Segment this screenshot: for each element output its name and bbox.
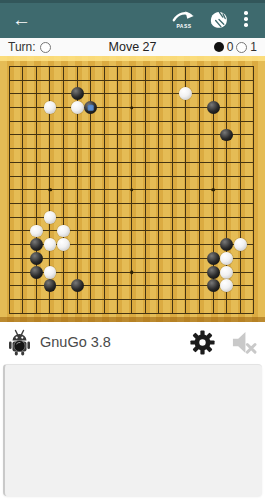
board-cell[interactable]: [84, 101, 98, 115]
board-cell[interactable]: [247, 128, 261, 142]
board-cell[interactable]: [2, 210, 16, 224]
board-cell[interactable]: [111, 142, 125, 156]
board-cell[interactable]: [206, 128, 220, 142]
board-cell[interactable]: [43, 265, 57, 279]
board-cell[interactable]: [138, 101, 152, 115]
board-cell[interactable]: [30, 224, 44, 238]
board-cell[interactable]: [111, 306, 125, 320]
board-cell[interactable]: [70, 128, 84, 142]
board-cell[interactable]: [166, 101, 180, 115]
board-cell[interactable]: [57, 128, 71, 142]
board-cell[interactable]: [220, 224, 234, 238]
board-cell[interactable]: [138, 279, 152, 293]
board-cell[interactable]: [166, 156, 180, 170]
board-cell[interactable]: [70, 197, 84, 211]
back-icon[interactable]: ←: [8, 8, 35, 31]
board-cell[interactable]: [43, 60, 57, 74]
board-cell[interactable]: [84, 293, 98, 307]
board-cell[interactable]: [247, 101, 261, 115]
board-cell[interactable]: [138, 197, 152, 211]
board-cell[interactable]: [220, 73, 234, 87]
board-cell[interactable]: [179, 224, 193, 238]
board-cell[interactable]: [233, 169, 247, 183]
board-cell[interactable]: [16, 60, 30, 74]
board-cell[interactable]: [152, 265, 166, 279]
board-cell[interactable]: [193, 114, 207, 128]
board-cell[interactable]: [84, 252, 98, 266]
board-cell[interactable]: [179, 183, 193, 197]
board-cell[interactable]: [125, 60, 139, 74]
board-cell[interactable]: [138, 142, 152, 156]
board-cell[interactable]: [166, 183, 180, 197]
board-cell[interactable]: [111, 293, 125, 307]
board-cell[interactable]: [2, 279, 16, 293]
board-cell[interactable]: [247, 210, 261, 224]
board-cell[interactable]: [166, 60, 180, 74]
board-cell[interactable]: [125, 114, 139, 128]
board-cell[interactable]: [138, 73, 152, 87]
board-cell[interactable]: [220, 293, 234, 307]
board-cell[interactable]: [30, 252, 44, 266]
board-cell[interactable]: [206, 169, 220, 183]
board-cell[interactable]: [193, 142, 207, 156]
board-cell[interactable]: [166, 114, 180, 128]
board-cell[interactable]: [57, 169, 71, 183]
board-cell[interactable]: [30, 183, 44, 197]
board-cell[interactable]: [98, 114, 112, 128]
board-cell[interactable]: [206, 87, 220, 101]
board-cell[interactable]: [138, 252, 152, 266]
board-cell[interactable]: [98, 87, 112, 101]
board-cell[interactable]: [57, 293, 71, 307]
board-cell[interactable]: [193, 224, 207, 238]
board-cell[interactable]: [233, 114, 247, 128]
board-cell[interactable]: [30, 169, 44, 183]
board-cell[interactable]: [16, 169, 30, 183]
board-cell[interactable]: [16, 128, 30, 142]
board-cell[interactable]: [247, 238, 261, 252]
board-cell[interactable]: [193, 128, 207, 142]
board-cell[interactable]: [247, 279, 261, 293]
board-cell[interactable]: [179, 279, 193, 293]
board-cell[interactable]: [57, 156, 71, 170]
board-cell[interactable]: [16, 87, 30, 101]
board-cell[interactable]: [233, 252, 247, 266]
board-cell[interactable]: [179, 169, 193, 183]
board-cell[interactable]: [43, 197, 57, 211]
board-cell[interactable]: [2, 293, 16, 307]
board-cell[interactable]: [206, 279, 220, 293]
board-cell[interactable]: [152, 293, 166, 307]
board-cell[interactable]: [30, 279, 44, 293]
board-cell[interactable]: [98, 224, 112, 238]
sound-muted-button[interactable]: [230, 330, 257, 355]
board-cell[interactable]: [193, 265, 207, 279]
board-cell[interactable]: [233, 279, 247, 293]
board-cell[interactable]: [2, 169, 16, 183]
board-cell[interactable]: [247, 224, 261, 238]
board-cell[interactable]: [70, 238, 84, 252]
board-cell[interactable]: [138, 265, 152, 279]
board-cell[interactable]: [111, 238, 125, 252]
board-cell[interactable]: [206, 183, 220, 197]
board-cell[interactable]: [166, 252, 180, 266]
board-cell[interactable]: [125, 210, 139, 224]
board-cell[interactable]: [220, 265, 234, 279]
board-cell[interactable]: [193, 156, 207, 170]
board-cell[interactable]: [206, 224, 220, 238]
board-cell[interactable]: [247, 114, 261, 128]
board-cell[interactable]: [138, 238, 152, 252]
board-cell[interactable]: [193, 183, 207, 197]
board-cell[interactable]: [179, 252, 193, 266]
board-cell[interactable]: [57, 101, 71, 115]
board-cell[interactable]: [152, 73, 166, 87]
board-cell[interactable]: [138, 224, 152, 238]
board-cell[interactable]: [179, 210, 193, 224]
board-cell[interactable]: [166, 73, 180, 87]
board-cell[interactable]: [152, 252, 166, 266]
board-cell[interactable]: [220, 238, 234, 252]
board-cell[interactable]: [138, 114, 152, 128]
board-cell[interactable]: [152, 128, 166, 142]
board-cell[interactable]: [84, 238, 98, 252]
board-cell[interactable]: [138, 306, 152, 320]
board-cell[interactable]: [70, 156, 84, 170]
board-cell[interactable]: [2, 306, 16, 320]
board-cell[interactable]: [125, 252, 139, 266]
board-cell[interactable]: [152, 279, 166, 293]
board-cell[interactable]: [152, 183, 166, 197]
board-cell[interactable]: [30, 87, 44, 101]
board-cell[interactable]: [247, 142, 261, 156]
board-cell[interactable]: [166, 210, 180, 224]
board-cell[interactable]: [138, 128, 152, 142]
board-cell[interactable]: [57, 306, 71, 320]
board-cell[interactable]: [30, 238, 44, 252]
board-cell[interactable]: [138, 60, 152, 74]
board-cell[interactable]: [98, 128, 112, 142]
board-cell[interactable]: [43, 306, 57, 320]
board-cell[interactable]: [247, 265, 261, 279]
board-cell[interactable]: [2, 183, 16, 197]
board-cell[interactable]: [206, 265, 220, 279]
board-cell[interactable]: [30, 101, 44, 115]
board-cell[interactable]: [220, 128, 234, 142]
board-cell[interactable]: [193, 238, 207, 252]
board-cell[interactable]: [111, 87, 125, 101]
board-cell[interactable]: [193, 252, 207, 266]
board-cell[interactable]: [16, 252, 30, 266]
board-cell[interactable]: [220, 142, 234, 156]
board-cell[interactable]: [125, 238, 139, 252]
board-cell[interactable]: [193, 210, 207, 224]
board-cell[interactable]: [179, 142, 193, 156]
board-cell[interactable]: [2, 238, 16, 252]
board-cell[interactable]: [111, 156, 125, 170]
board-cell[interactable]: [84, 224, 98, 238]
board-cell[interactable]: [57, 142, 71, 156]
board-cell[interactable]: [57, 252, 71, 266]
board-cell[interactable]: [179, 156, 193, 170]
board-cell[interactable]: [220, 169, 234, 183]
board-cell[interactable]: [70, 210, 84, 224]
board-cell[interactable]: [16, 183, 30, 197]
board-cell[interactable]: [138, 169, 152, 183]
board-cell[interactable]: [206, 293, 220, 307]
board-cell[interactable]: [43, 101, 57, 115]
board-cell[interactable]: [247, 306, 261, 320]
board-cell[interactable]: [16, 279, 30, 293]
board-cell[interactable]: [193, 101, 207, 115]
board-cell[interactable]: [111, 73, 125, 87]
board-cell[interactable]: [57, 265, 71, 279]
board-cell[interactable]: [43, 169, 57, 183]
board-cell[interactable]: [2, 60, 16, 74]
board-cell[interactable]: [233, 197, 247, 211]
board-cell[interactable]: [247, 169, 261, 183]
board-cell[interactable]: [220, 183, 234, 197]
board-cell[interactable]: [179, 293, 193, 307]
board-cell[interactable]: [220, 87, 234, 101]
board-cell[interactable]: [57, 279, 71, 293]
board-cell[interactable]: [233, 142, 247, 156]
board-cell[interactable]: [220, 197, 234, 211]
board-cell[interactable]: [220, 279, 234, 293]
board-cell[interactable]: [247, 87, 261, 101]
board-cell[interactable]: [2, 128, 16, 142]
board-cell[interactable]: [84, 279, 98, 293]
board-cell[interactable]: [125, 293, 139, 307]
board-cell[interactable]: [166, 279, 180, 293]
board-cell[interactable]: [16, 101, 30, 115]
board-cell[interactable]: [70, 293, 84, 307]
board-cell[interactable]: [220, 210, 234, 224]
board-cell[interactable]: [84, 265, 98, 279]
board-cell[interactable]: [152, 156, 166, 170]
board-cell[interactable]: [43, 156, 57, 170]
board-cell[interactable]: [179, 73, 193, 87]
board-cell[interactable]: [233, 101, 247, 115]
board-cell[interactable]: [125, 156, 139, 170]
board-cell[interactable]: [84, 306, 98, 320]
board-cell[interactable]: [247, 252, 261, 266]
board-cell[interactable]: [30, 128, 44, 142]
board-cell[interactable]: [70, 101, 84, 115]
board-cell[interactable]: [43, 210, 57, 224]
board-cell[interactable]: [193, 60, 207, 74]
board-cell[interactable]: [206, 73, 220, 87]
board-cell[interactable]: [152, 210, 166, 224]
board-cell[interactable]: [16, 73, 30, 87]
board-cell[interactable]: [16, 293, 30, 307]
board-cell[interactable]: [179, 128, 193, 142]
board-cell[interactable]: [233, 73, 247, 87]
board-cell[interactable]: [152, 169, 166, 183]
board-cell[interactable]: [125, 169, 139, 183]
board-cell[interactable]: [43, 252, 57, 266]
board-cell[interactable]: [247, 197, 261, 211]
board-cell[interactable]: [30, 265, 44, 279]
board-cell[interactable]: [152, 238, 166, 252]
board-cell[interactable]: [152, 114, 166, 128]
board-cell[interactable]: [247, 60, 261, 74]
board-cell[interactable]: [193, 73, 207, 87]
board-cell[interactable]: [166, 306, 180, 320]
board-cell[interactable]: [84, 183, 98, 197]
board-cell[interactable]: [111, 114, 125, 128]
board-cell[interactable]: [98, 279, 112, 293]
board-cell[interactable]: [98, 210, 112, 224]
board-cell[interactable]: [16, 265, 30, 279]
board-cell[interactable]: [70, 60, 84, 74]
board-cell[interactable]: [57, 87, 71, 101]
engine-log-panel[interactable]: [3, 364, 262, 496]
board-cell[interactable]: [206, 252, 220, 266]
board-cell[interactable]: [98, 293, 112, 307]
board-cell[interactable]: [233, 87, 247, 101]
board-cell[interactable]: [138, 87, 152, 101]
board-cell[interactable]: [98, 73, 112, 87]
board-cell[interactable]: [70, 87, 84, 101]
board-cell[interactable]: [166, 224, 180, 238]
board-cell[interactable]: [84, 169, 98, 183]
board-cell[interactable]: [179, 197, 193, 211]
overflow-menu-icon[interactable]: [235, 2, 257, 36]
board-cell[interactable]: [30, 156, 44, 170]
board-cell[interactable]: [166, 265, 180, 279]
board-cell[interactable]: [84, 142, 98, 156]
board-cell[interactable]: [2, 101, 16, 115]
board-cell[interactable]: [111, 128, 125, 142]
board-cell[interactable]: [43, 293, 57, 307]
board-cell[interactable]: [152, 197, 166, 211]
board-cell[interactable]: [111, 252, 125, 266]
board-cell[interactable]: [233, 210, 247, 224]
board-cell[interactable]: [233, 238, 247, 252]
board-cell[interactable]: [70, 224, 84, 238]
board-cell[interactable]: [16, 114, 30, 128]
board-cell[interactable]: [138, 183, 152, 197]
board-cell[interactable]: [98, 306, 112, 320]
board-cell[interactable]: [233, 183, 247, 197]
board-cell[interactable]: [125, 87, 139, 101]
board-cell[interactable]: [84, 156, 98, 170]
board-cell[interactable]: [16, 142, 30, 156]
board-cell[interactable]: [30, 73, 44, 87]
board-cell[interactable]: [166, 128, 180, 142]
board-cell[interactable]: [43, 73, 57, 87]
board-cell[interactable]: [233, 265, 247, 279]
board-cell[interactable]: [70, 183, 84, 197]
board-cell[interactable]: [193, 306, 207, 320]
board-cell[interactable]: [57, 183, 71, 197]
board-cell[interactable]: [152, 101, 166, 115]
board-cell[interactable]: [193, 169, 207, 183]
board-cell[interactable]: [70, 142, 84, 156]
board-cell[interactable]: [193, 87, 207, 101]
pass-button[interactable]: PASS: [167, 2, 201, 36]
board-cell[interactable]: [98, 238, 112, 252]
board-cell[interactable]: [84, 114, 98, 128]
board-cell[interactable]: [138, 156, 152, 170]
board-cell[interactable]: [84, 210, 98, 224]
board-cell[interactable]: [70, 114, 84, 128]
board-cell[interactable]: [16, 197, 30, 211]
board-cell[interactable]: [111, 224, 125, 238]
board-cell[interactable]: [152, 60, 166, 74]
board-cell[interactable]: [206, 114, 220, 128]
board-cell[interactable]: [166, 142, 180, 156]
board-cell[interactable]: [2, 73, 16, 87]
board-cell[interactable]: [2, 114, 16, 128]
board-cell[interactable]: [98, 265, 112, 279]
board-cell[interactable]: [166, 238, 180, 252]
board-cell[interactable]: [166, 169, 180, 183]
board-cell[interactable]: [125, 279, 139, 293]
board-cell[interactable]: [16, 238, 30, 252]
board-cell[interactable]: [16, 156, 30, 170]
board-cell[interactable]: [98, 183, 112, 197]
board-cell[interactable]: [233, 60, 247, 74]
board-cell[interactable]: [111, 210, 125, 224]
board-cell[interactable]: [57, 224, 71, 238]
board-cell[interactable]: [233, 156, 247, 170]
settings-button[interactable]: [189, 329, 216, 356]
board-cell[interactable]: [179, 265, 193, 279]
board-cell[interactable]: [70, 265, 84, 279]
board-cell[interactable]: [30, 306, 44, 320]
board-cell[interactable]: [152, 224, 166, 238]
board-cell[interactable]: [166, 87, 180, 101]
board-cell[interactable]: [166, 197, 180, 211]
board-cell[interactable]: [233, 306, 247, 320]
board-cell[interactable]: [57, 197, 71, 211]
board-cell[interactable]: [179, 87, 193, 101]
board-cell[interactable]: [98, 252, 112, 266]
board-cell[interactable]: [166, 293, 180, 307]
board-cell[interactable]: [206, 238, 220, 252]
board-cell[interactable]: [206, 60, 220, 74]
board-cell[interactable]: [206, 210, 220, 224]
board-cell[interactable]: [125, 224, 139, 238]
board-cell[interactable]: [206, 306, 220, 320]
board-cell[interactable]: [247, 183, 261, 197]
board-cell[interactable]: [70, 252, 84, 266]
board-cell[interactable]: [16, 306, 30, 320]
board-cell[interactable]: [43, 87, 57, 101]
board-cell[interactable]: [30, 114, 44, 128]
board-cell[interactable]: [2, 265, 16, 279]
board-cell[interactable]: [233, 224, 247, 238]
board-cell[interactable]: [30, 197, 44, 211]
board-cell[interactable]: [179, 101, 193, 115]
board-cell[interactable]: [57, 238, 71, 252]
board-cell[interactable]: [125, 128, 139, 142]
board-cell[interactable]: [220, 101, 234, 115]
board-cell[interactable]: [43, 142, 57, 156]
board-cell[interactable]: [70, 73, 84, 87]
board-cell[interactable]: [220, 252, 234, 266]
board-cell[interactable]: [84, 73, 98, 87]
board-cell[interactable]: [233, 128, 247, 142]
board-cell[interactable]: [193, 197, 207, 211]
board-cell[interactable]: [43, 279, 57, 293]
board-cell[interactable]: [2, 156, 16, 170]
board-cell[interactable]: [247, 73, 261, 87]
board-cell[interactable]: [125, 142, 139, 156]
board-cell[interactable]: [111, 265, 125, 279]
